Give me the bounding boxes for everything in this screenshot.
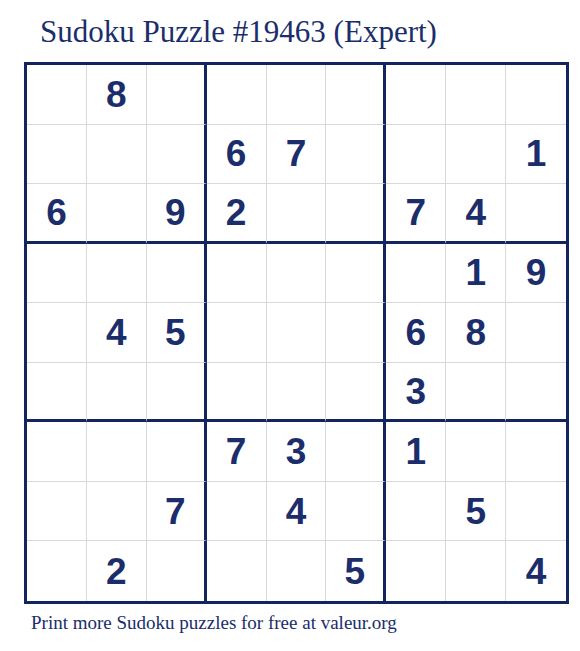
sudoku-cell: 2 [207, 184, 267, 244]
sudoku-cell [326, 303, 386, 363]
sudoku-cell: 6 [207, 125, 267, 185]
sudoku-cell [326, 482, 386, 542]
sudoku-cell [27, 244, 87, 304]
sudoku-cell [506, 184, 566, 244]
sudoku-cell [207, 541, 267, 601]
footer-note: Print more Sudoku puzzles for free at va… [31, 612, 397, 634]
sudoku-cell [27, 482, 87, 542]
sudoku-cell [326, 422, 386, 482]
sudoku-cell: 7 [207, 422, 267, 482]
sudoku-cell: 4 [446, 184, 506, 244]
sudoku-cell [147, 541, 207, 601]
sudoku-cell [87, 363, 147, 423]
sudoku-cell: 1 [386, 422, 446, 482]
sudoku-cell: 4 [87, 303, 147, 363]
sudoku-cell [207, 244, 267, 304]
sudoku-cell [267, 184, 327, 244]
sudoku-cell [506, 422, 566, 482]
sudoku-cell [386, 482, 446, 542]
sudoku-cell [87, 184, 147, 244]
sudoku-cell [446, 541, 506, 601]
sudoku-cell [506, 303, 566, 363]
sudoku-cell [27, 125, 87, 185]
sudoku-cell [207, 363, 267, 423]
sudoku-cell: 5 [326, 541, 386, 601]
sudoku-cell: 1 [446, 244, 506, 304]
sudoku-cell: 4 [267, 482, 327, 542]
sudoku-cell [207, 65, 267, 125]
sudoku-cell [27, 422, 87, 482]
sudoku-cell [386, 244, 446, 304]
sudoku-cell [267, 244, 327, 304]
sudoku-cell: 9 [147, 184, 207, 244]
sudoku-cell [147, 363, 207, 423]
sudoku-cell: 6 [27, 184, 87, 244]
sudoku-cell [27, 303, 87, 363]
sudoku-cell: 8 [87, 65, 147, 125]
sudoku-board: 8671692741945683731745254 [24, 62, 569, 604]
sudoku-cell [506, 363, 566, 423]
sudoku-cell: 3 [267, 422, 327, 482]
sudoku-cell [267, 363, 327, 423]
sudoku-cell: 5 [446, 482, 506, 542]
sudoku-cell: 3 [386, 363, 446, 423]
sudoku-cell [446, 65, 506, 125]
sudoku-cell [87, 244, 147, 304]
sudoku-cell: 1 [506, 125, 566, 185]
sudoku-cell: 7 [386, 184, 446, 244]
sudoku-cell [326, 125, 386, 185]
sudoku-cell [147, 125, 207, 185]
sudoku-cell: 7 [267, 125, 327, 185]
sudoku-cell [147, 65, 207, 125]
sudoku-cell [267, 303, 327, 363]
sudoku-cell: 5 [147, 303, 207, 363]
sudoku-cell [506, 482, 566, 542]
sudoku-cell [87, 125, 147, 185]
sudoku-cell [446, 125, 506, 185]
sudoku-cell [446, 363, 506, 423]
sudoku-cell [27, 363, 87, 423]
sudoku-cell [87, 422, 147, 482]
sudoku-cell: 6 [386, 303, 446, 363]
sudoku-cell [27, 541, 87, 601]
sudoku-cell [326, 244, 386, 304]
sudoku-cell [386, 65, 446, 125]
sudoku-cell [27, 65, 87, 125]
sudoku-cell [267, 65, 327, 125]
sudoku-cell: 8 [446, 303, 506, 363]
sudoku-cell [446, 422, 506, 482]
sudoku-cell [386, 541, 446, 601]
sudoku-cell: 2 [87, 541, 147, 601]
sudoku-cell [207, 303, 267, 363]
sudoku-cell [147, 422, 207, 482]
page-title: Sudoku Puzzle #19463 (Expert) [40, 14, 437, 50]
sudoku-cell [386, 125, 446, 185]
sudoku-cell [326, 65, 386, 125]
sudoku-cell: 9 [506, 244, 566, 304]
sudoku-cell [147, 244, 207, 304]
sudoku-cell [267, 541, 327, 601]
sudoku-cell [326, 363, 386, 423]
sudoku-cell [207, 482, 267, 542]
sudoku-cell [506, 65, 566, 125]
sudoku-cell: 7 [147, 482, 207, 542]
sudoku-cell [87, 482, 147, 542]
sudoku-cell: 4 [506, 541, 566, 601]
sudoku-page: Sudoku Puzzle #19463 (Expert) 8671692741… [0, 0, 580, 651]
sudoku-cell [326, 184, 386, 244]
